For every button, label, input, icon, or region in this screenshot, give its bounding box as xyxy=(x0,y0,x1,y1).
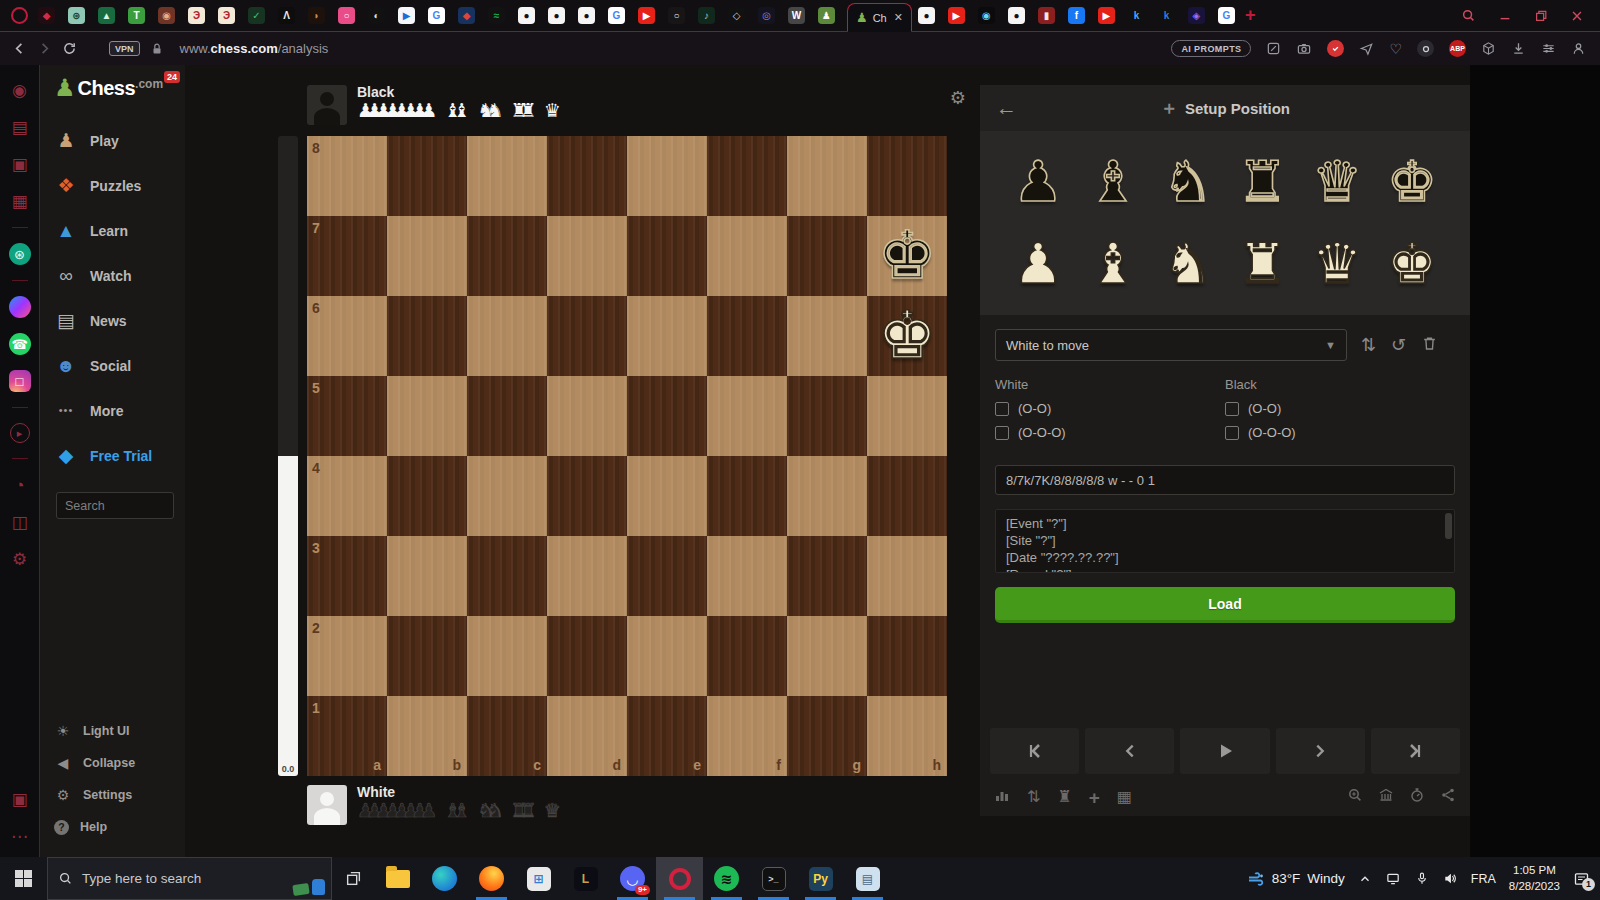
captured-rook: ♜ xyxy=(520,801,537,821)
google-tab-3[interactable]: G xyxy=(1218,7,1235,24)
back-to-school-decoration xyxy=(293,879,325,895)
footer-item-settings[interactable]: ⚙Settings xyxy=(54,781,185,809)
square-c7[interactable] xyxy=(467,216,547,296)
fen-input[interactable] xyxy=(995,465,1455,495)
sidebar-item-free-trial[interactable]: ◆ Free Trial xyxy=(54,433,185,478)
player-icon[interactable]: ▸ xyxy=(10,423,30,443)
dribbble-tab[interactable]: ○ xyxy=(338,7,355,24)
github-tab-3[interactable]: ● xyxy=(578,7,595,24)
square-g8[interactable] xyxy=(787,136,867,216)
square-e3[interactable] xyxy=(627,536,707,616)
square-f3[interactable] xyxy=(707,536,787,616)
edit-page-icon[interactable] xyxy=(1266,41,1281,56)
square-h7[interactable]: ♚ xyxy=(867,216,947,296)
taskbar-opera-gx[interactable] xyxy=(656,857,703,900)
captured-group-knight: ♞♞ xyxy=(477,801,503,821)
sidebar-item-puzzles[interactable]: ❖Puzzles xyxy=(54,163,185,208)
turn-select[interactable]: White to move ▼ xyxy=(995,329,1347,361)
square-g5[interactable] xyxy=(787,376,867,456)
square-a2[interactable]: 2 xyxy=(307,616,387,696)
check-tab[interactable]: ✓ xyxy=(248,7,265,24)
previous-move-button[interactable] xyxy=(1085,728,1174,774)
anime-tab[interactable]: ◉ xyxy=(158,7,175,24)
notification-count: 1 xyxy=(1582,878,1595,891)
new-tab-button[interactable]: + xyxy=(1245,5,1256,26)
rail-divider xyxy=(12,458,28,459)
square-a4[interactable]: 4 xyxy=(307,456,387,536)
square-f5[interactable] xyxy=(707,376,787,456)
square-b6[interactable] xyxy=(387,296,467,376)
board-settings-gear-icon[interactable]: ⚙ xyxy=(950,87,966,109)
explore-magnifier-icon[interactable] xyxy=(1347,787,1363,807)
square-d1[interactable]: d xyxy=(547,696,627,776)
wordpress-tab[interactable]: W xyxy=(788,7,805,24)
square-b7[interactable] xyxy=(387,216,467,296)
vpn-badge[interactable]: VPN xyxy=(109,41,140,56)
sidebar-item-news[interactable]: ▤News xyxy=(54,298,185,343)
downloads-icon[interactable] xyxy=(1511,41,1526,56)
palette-white-queen[interactable]: ♛ xyxy=(1301,227,1373,301)
settings-icon: ⚙ xyxy=(54,788,72,802)
youtube-tab-2[interactable]: ▶ xyxy=(948,7,965,24)
square-h5[interactable] xyxy=(867,376,947,456)
chevron-down-icon: ▼ xyxy=(1325,339,1336,351)
square-a8[interactable]: 8 xyxy=(307,136,387,216)
square-h6[interactable]: ♚ xyxy=(867,296,947,376)
learn-label: Learn xyxy=(90,223,128,239)
rank-label-1: 1 xyxy=(312,700,320,716)
palette-white-king[interactable]: ♚ xyxy=(1376,227,1448,301)
palette-white-pawn[interactable]: ♟ xyxy=(1002,227,1074,301)
play-moves-button[interactable] xyxy=(1180,728,1269,774)
play-tab[interactable]: ▶ xyxy=(398,7,415,24)
square-a7[interactable]: 7 xyxy=(307,216,387,296)
opening-library-icon[interactable] xyxy=(1378,787,1394,807)
square-b1[interactable]: b xyxy=(387,696,467,776)
taskbar-edge[interactable] xyxy=(421,857,468,900)
logo-text: Chess xyxy=(78,77,136,100)
square-g3[interactable] xyxy=(787,536,867,616)
restore-icon[interactable] xyxy=(1534,9,1548,23)
footer-item-help[interactable]: ?Help xyxy=(54,813,185,841)
codepen-tab[interactable]: ◇ xyxy=(728,7,745,24)
eval-black-half xyxy=(278,136,298,456)
square-b4[interactable] xyxy=(387,456,467,536)
square-d5[interactable] xyxy=(547,376,627,456)
black-king-glyph: ♚ xyxy=(1387,154,1437,210)
square-f2[interactable] xyxy=(707,616,787,696)
address-bar: VPN www.chess.com/analysis AI PROMPTS ♡ … xyxy=(0,32,1600,65)
square-h3[interactable] xyxy=(867,536,947,616)
rank-label-2: 2 xyxy=(312,620,320,636)
github-dark-tab[interactable]: ○ xyxy=(668,7,685,24)
settings-label: Settings xyxy=(83,788,132,802)
sidebar-item-play[interactable]: ♟Play xyxy=(54,118,185,163)
collapse-icon: ◀ xyxy=(54,756,72,770)
black-rook-glyph: ♜ xyxy=(1237,154,1287,210)
reset-position-icon[interactable]: ↺ xyxy=(1391,336,1406,354)
taskbar-league-of-legends[interactable]: L xyxy=(562,857,609,900)
snapshot-icon[interactable]: ▣ xyxy=(9,788,31,810)
more-label: More xyxy=(90,403,123,419)
search-input[interactable] xyxy=(56,492,174,519)
forward-icon[interactable] xyxy=(37,41,52,56)
rank-label-4: 4 xyxy=(312,460,320,476)
square-c1[interactable]: c xyxy=(467,696,547,776)
taskbar-file-explorer[interactable] xyxy=(374,857,421,900)
workspace-icon[interactable]: ▤ xyxy=(9,116,31,138)
reload-icon[interactable] xyxy=(62,41,77,56)
history-icon[interactable]: ◔ xyxy=(9,474,31,496)
pinned-tabs-left: ◆⊛▲T◉ЭЭ✓Λ◗○◐▶G◆≈●●●G▶○♪◇◎W♟ xyxy=(38,7,835,24)
messenger-icon[interactable] xyxy=(9,296,31,318)
analysis-toolbar: ⇅ ♜ + ▦ xyxy=(980,774,1470,816)
square-c6[interactable] xyxy=(467,296,547,376)
white-rook-glyph: ♜ xyxy=(1237,236,1287,292)
instagram-icon[interactable]: □ xyxy=(9,370,31,392)
start-button[interactable] xyxy=(0,857,47,900)
twitch-icon[interactable]: ▣ xyxy=(9,153,31,175)
share-icon[interactable] xyxy=(1440,787,1456,807)
task-view-button[interactable] xyxy=(332,857,374,900)
black-captured-pieces: ♟♟♟♟♟♟♟♟♝♝♞♞♜♜♛ xyxy=(357,101,568,121)
file-label-b: b xyxy=(452,757,461,773)
kick-tab[interactable]: k xyxy=(1128,7,1145,24)
adblock-plus-icon[interactable]: ABP xyxy=(1449,40,1466,57)
taskbar-python-idle[interactable]: Py xyxy=(797,857,844,900)
patreon-tab[interactable]: ▮ xyxy=(1038,7,1055,24)
square-a6[interactable]: 6 xyxy=(307,296,387,376)
sidebar-item-more[interactable]: •••More xyxy=(54,388,185,433)
settings-sliders-icon[interactable] xyxy=(1541,41,1556,56)
palette-black-bishop[interactable]: ♝ xyxy=(1077,145,1149,219)
square-e2[interactable] xyxy=(627,616,707,696)
system-tray: 83°F Windy FRA 1:05 PM 8/28/2023 1 xyxy=(1247,857,1600,900)
settings-icon[interactable]: ⚙ xyxy=(9,548,31,570)
rank-label-6: 6 xyxy=(312,300,320,316)
minimize-icon[interactable] xyxy=(1498,9,1512,23)
square-e5[interactable] xyxy=(627,376,707,456)
white-king[interactable]: ♚ xyxy=(867,296,947,376)
square-b3[interactable] xyxy=(387,536,467,616)
palette-black-king[interactable]: ♚ xyxy=(1376,145,1448,219)
sim-tab[interactable]: ◆ xyxy=(458,7,475,24)
weather-condition: Windy xyxy=(1307,871,1345,886)
palette-white-knight[interactable]: ♞ xyxy=(1152,227,1224,301)
github-tab[interactable]: ● xyxy=(518,7,535,24)
square-g7[interactable] xyxy=(787,216,867,296)
white-avatar[interactable] xyxy=(307,785,347,825)
square-b5[interactable] xyxy=(387,376,467,456)
vpn-pro-shield-icon[interactable] xyxy=(1327,40,1344,57)
square-g1[interactable]: g xyxy=(787,696,867,776)
captured-group-queen: ♛ xyxy=(544,801,561,821)
snapshot-camera-icon[interactable] xyxy=(1296,41,1312,56)
setup-position-panel: ← ＋Setup Position ♟♝♞♜♛♚ ♟♝♞♜♛♚ White to… xyxy=(980,85,1470,816)
notification-center[interactable]: 1 xyxy=(1573,871,1590,887)
clock[interactable]: 1:05 PM 8/28/2023 xyxy=(1509,863,1560,894)
red-letter-tab[interactable]: Э xyxy=(188,7,205,24)
back-icon[interactable] xyxy=(12,41,27,56)
castling-options: White (O-O) (O-O-O) Black (O-O) (O-O-O) xyxy=(995,377,1455,449)
palette-black-pawn[interactable]: ♟ xyxy=(1002,145,1074,219)
palette-black-knight[interactable]: ♞ xyxy=(1152,145,1224,219)
search-placeholder: Type here to search xyxy=(82,871,201,886)
github-tab-2[interactable]: ● xyxy=(548,7,565,24)
pgn-scrollbar[interactable] xyxy=(1445,513,1452,539)
square-d8[interactable] xyxy=(547,136,627,216)
file-label-h: h xyxy=(932,757,941,773)
taskbar-firefox[interactable] xyxy=(468,857,515,900)
tab-search-icon[interactable] xyxy=(1461,8,1476,23)
rank-label-5: 5 xyxy=(312,380,320,396)
practice-timer-icon[interactable] xyxy=(1409,787,1425,807)
captured-group-pawn: ♟♟♟♟♟♟♟♟ xyxy=(357,101,437,121)
ai-prompts-button[interactable]: AI PROMPTS xyxy=(1171,40,1251,57)
help-icon: ? xyxy=(54,820,69,835)
square-e4[interactable] xyxy=(627,456,707,536)
sidebar-panel-icon[interactable] xyxy=(1481,41,1496,56)
palette-black-rook[interactable]: ♜ xyxy=(1226,145,1298,219)
chesscom-pawn-icon: ♟ xyxy=(54,77,76,99)
extensions-icon[interactable]: ◫ xyxy=(9,511,31,533)
captured-knight: ♞ xyxy=(487,801,504,821)
active-tab-label: Ch xyxy=(873,12,887,24)
square-d2[interactable] xyxy=(547,616,627,696)
evaluation-chart-icon[interactable] xyxy=(994,787,1010,807)
load-button[interactable]: Load xyxy=(995,587,1455,623)
black-king[interactable]: ♚ xyxy=(867,216,947,296)
board-theme-icon[interactable]: ▦ xyxy=(1117,789,1132,805)
white-queenside-label: (O-O-O) xyxy=(1018,425,1066,440)
weather-widget[interactable]: 83°F Windy xyxy=(1247,871,1345,887)
square-f1[interactable]: f xyxy=(707,696,787,776)
square-a5[interactable]: 5 xyxy=(307,376,387,456)
next-move-button[interactable] xyxy=(1276,728,1365,774)
whatsapp-icon[interactable]: ☎ xyxy=(9,333,31,355)
square-d7[interactable] xyxy=(547,216,627,296)
gx-games-tab[interactable]: ◆ xyxy=(38,7,55,24)
rank-label-8: 8 xyxy=(312,140,320,156)
square-b2[interactable] xyxy=(387,616,467,696)
square-a3[interactable]: 3 xyxy=(307,536,387,616)
pieces-setup-icon[interactable]: ♜ xyxy=(1057,789,1071,805)
close-window-icon[interactable] xyxy=(1570,9,1584,23)
chesscom-logo[interactable]: ♟ Chess .com 24 xyxy=(54,77,185,100)
square-a1[interactable]: 1a xyxy=(307,696,387,776)
square-c4[interactable] xyxy=(467,456,547,536)
network-icon[interactable] xyxy=(1385,871,1402,886)
github-tab-5[interactable]: ● xyxy=(1008,7,1025,24)
go-to-end-button[interactable] xyxy=(1371,728,1460,774)
rings-tab[interactable]: ◎ xyxy=(758,7,775,24)
gx-control-icon[interactable]: ▦ xyxy=(9,190,31,212)
chess-tab-pinned[interactable]: ♟ xyxy=(818,7,835,24)
help-label: Help xyxy=(80,820,107,834)
close-tab-icon[interactable]: ✕ xyxy=(894,11,903,24)
black-queenside-checkbox[interactable] xyxy=(1225,426,1239,440)
square-f7[interactable] xyxy=(707,216,787,296)
square-e8[interactable] xyxy=(627,136,707,216)
square-e7[interactable] xyxy=(627,216,707,296)
footer-item-light-ui[interactable]: ☀Light UI xyxy=(54,717,185,745)
square-c5[interactable] xyxy=(467,376,547,456)
dark-dial-tab[interactable]: ◐ xyxy=(368,7,385,24)
address-bar-actions: AI PROMPTS ♡ ABP xyxy=(1171,40,1586,57)
white-player-name: White xyxy=(357,785,568,800)
flip-board-icon[interactable]: ⇅ xyxy=(1361,336,1376,354)
square-b8[interactable] xyxy=(387,136,467,216)
collapse-label: Collapse xyxy=(83,756,135,770)
black-kingside-checkbox[interactable] xyxy=(1225,402,1239,416)
captured-queen: ♛ xyxy=(544,801,561,821)
youtube-tab-3[interactable]: ▶ xyxy=(1098,7,1115,24)
clear-board-trash-icon[interactable] xyxy=(1421,335,1438,356)
volume-icon[interactable] xyxy=(1442,871,1458,886)
kick-tab-2[interactable]: k xyxy=(1158,7,1175,24)
white-captured-pieces: ♟♟♟♟♟♟♟♟♝♝♞♞♜♜♛ xyxy=(357,801,568,821)
task-view-icon xyxy=(345,870,362,887)
red-letter-tab-2[interactable]: Э xyxy=(218,7,235,24)
opera-sidebar: ◉▤▣▦⊛☎□▸◔◫⚙▣⋯ xyxy=(0,65,40,857)
todoist-tab[interactable]: T xyxy=(128,7,145,24)
white-kingside-checkbox[interactable] xyxy=(995,402,1009,416)
black-avatar[interactable] xyxy=(307,85,347,125)
captured-rook: ♜ xyxy=(520,101,537,121)
astro-tab[interactable]: ◈ xyxy=(1188,7,1205,24)
chatgpt-icon[interactable]: ⊛ xyxy=(9,243,31,265)
lilypond-tab[interactable]: ♪ xyxy=(698,7,715,24)
palette-black-queen[interactable]: ♛ xyxy=(1301,145,1373,219)
square-f8[interactable] xyxy=(707,136,787,216)
google-tab[interactable]: G xyxy=(428,7,445,24)
square-e6[interactable] xyxy=(627,296,707,376)
language-indicator[interactable]: FRA xyxy=(1471,872,1496,886)
opera-menu-icon[interactable] xyxy=(11,7,28,24)
lambda-tab[interactable]: Λ xyxy=(278,7,295,24)
square-c3[interactable] xyxy=(467,536,547,616)
python-idle-icon: Py xyxy=(809,867,833,891)
piece-palette: ♟♝♞♜♛♚ ♟♝♞♜♛♚ xyxy=(980,131,1470,315)
taskbar-discord[interactable]: ◡9+ xyxy=(609,857,656,900)
file-label-f: f xyxy=(776,757,781,773)
white-queenside-checkbox[interactable] xyxy=(995,426,1009,440)
url-text[interactable]: www.chess.com/analysis xyxy=(180,41,329,56)
taskbar-spotify[interactable]: ≋ xyxy=(703,857,750,900)
square-f6[interactable] xyxy=(707,296,787,376)
captured-bishop: ♝ xyxy=(453,801,470,821)
captured-group-rook: ♜♜ xyxy=(511,801,537,821)
taskbar-command-prompt[interactable]: >_ xyxy=(750,857,797,900)
evaluation-bar: 0.0 xyxy=(278,136,298,776)
windows-taskbar: Type here to search ⊞L◡9+≋>_Py▤ 83°F Win… xyxy=(0,857,1600,900)
chatgpt-tab[interactable]: ⊛ xyxy=(68,7,85,24)
square-d3[interactable] xyxy=(547,536,627,616)
tray-chevron-up-icon[interactable] xyxy=(1358,872,1372,886)
flow-send-icon[interactable] xyxy=(1359,41,1374,56)
profile-icon[interactable] xyxy=(1571,41,1586,56)
lock-icon[interactable] xyxy=(150,42,164,56)
panel-header: ← ＋Setup Position xyxy=(980,85,1470,131)
square-f4[interactable] xyxy=(707,456,787,536)
square-c2[interactable] xyxy=(467,616,547,696)
square-d6[interactable] xyxy=(547,296,627,376)
light-ui-icon: ☀ xyxy=(54,724,72,738)
captured-group-knight: ♞♞ xyxy=(477,101,503,121)
go-to-start-button[interactable] xyxy=(990,728,1079,774)
square-h8[interactable] xyxy=(867,136,947,216)
more-icon[interactable]: ⋯ xyxy=(9,825,31,847)
taskbar-notepad[interactable]: ▤ xyxy=(844,857,891,900)
extension-badge-icon[interactable] xyxy=(1417,40,1434,57)
browser-content: ◉▤▣▦⊛☎□▸◔◫⚙▣⋯ ♟ Chess .com 24 ♟Play❖Puzz… xyxy=(0,65,1600,857)
flip-icon[interactable]: ⇅ xyxy=(1027,789,1040,805)
youtube-tab[interactable]: ▶ xyxy=(638,7,655,24)
palette-white-bishop[interactable]: ♝ xyxy=(1077,227,1149,301)
square-h1[interactable]: h xyxy=(867,696,947,776)
news-icon: ▤ xyxy=(54,311,78,330)
file-label-e: e xyxy=(693,757,701,773)
black-castling-label: Black xyxy=(1225,377,1455,392)
white-bishop-glyph: ♝ xyxy=(1088,236,1138,292)
screen: ◆⊛▲T◉ЭЭ✓Λ◗○◐▶G◆≈●●●G▶○♪◇◎W♟ ♟ Ch ✕ ●▶◉●▮… xyxy=(0,0,1600,900)
active-tab-chess[interactable]: ♟ Ch ✕ xyxy=(847,3,912,32)
palette-white-rook[interactable]: ♜ xyxy=(1226,227,1298,301)
taskbar-search[interactable]: Type here to search xyxy=(47,857,332,900)
chess-board[interactable]: 87♚6♚54321abcdefgh xyxy=(307,136,947,776)
square-h4[interactable] xyxy=(867,456,947,536)
plus-icon: ＋ xyxy=(1160,98,1178,118)
microphone-icon[interactable] xyxy=(1415,871,1429,886)
sidebar-search xyxy=(56,492,171,519)
add-icon[interactable]: + xyxy=(1089,788,1100,807)
black-queenside-label: (O-O-O) xyxy=(1248,425,1296,440)
file-label-g: g xyxy=(852,757,861,773)
forest-tab[interactable]: ▲ xyxy=(98,7,115,24)
square-g6[interactable] xyxy=(787,296,867,376)
claw-tab[interactable]: ◗ xyxy=(308,7,325,24)
google-tab-2[interactable]: G xyxy=(608,7,625,24)
sidebar-item-watch[interactable]: ∞Watch xyxy=(54,253,185,298)
eval-white-half: 0.0 xyxy=(278,456,298,776)
black-knight-glyph: ♞ xyxy=(1162,154,1212,210)
square-e1[interactable]: e xyxy=(627,696,707,776)
bookmark-heart-icon[interactable]: ♡ xyxy=(1389,41,1402,57)
spotify-dark-tab[interactable]: ≈ xyxy=(488,7,505,24)
file-label-d: d xyxy=(612,757,621,773)
pgn-textarea[interactable]: [Event "?"] [Site "?"] [Date "????.??.??… xyxy=(995,509,1455,573)
square-c8[interactable] xyxy=(467,136,547,216)
notepad-icon: ▤ xyxy=(856,867,880,891)
github-tab-4[interactable]: ● xyxy=(918,7,935,24)
taskbar-microsoft-store[interactable]: ⊞ xyxy=(515,857,562,900)
sidebar-item-social[interactable]: ☻Social xyxy=(54,343,185,388)
puzzles-icon: ❖ xyxy=(54,176,78,195)
footer-item-collapse[interactable]: ◀Collapse xyxy=(54,749,185,777)
square-g2[interactable] xyxy=(787,616,867,696)
panel-title: ＋Setup Position xyxy=(980,96,1470,120)
captured-group-queen: ♛ xyxy=(544,101,561,121)
square-h2[interactable] xyxy=(867,616,947,696)
move-navigation xyxy=(980,728,1470,774)
square-g4[interactable] xyxy=(787,456,867,536)
sidebar-item-learn[interactable]: ▲Learn xyxy=(54,208,185,253)
diamond-icon: ◆ xyxy=(54,446,78,465)
react-tab[interactable]: ◉ xyxy=(978,7,995,24)
square-d4[interactable] xyxy=(547,456,627,536)
speed-dial-icon[interactable]: ◉ xyxy=(9,79,31,101)
facebook-tab[interactable]: f xyxy=(1068,7,1085,24)
